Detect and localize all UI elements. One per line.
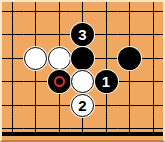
red-circle-mark-icon	[54, 76, 65, 87]
intersection-r2c3	[47, 23, 71, 47]
intersection-r2c7	[141, 23, 165, 47]
intersection-r5c2	[24, 93, 48, 117]
intersection-r3c7	[141, 46, 165, 70]
intersection-r1c2	[24, 0, 48, 23]
go-board-diagram: 312	[0, 0, 165, 142]
intersection-r4c7	[141, 70, 165, 94]
intersection-r5c6	[118, 93, 142, 117]
intersection-r3c1	[0, 46, 24, 70]
white-stone	[24, 47, 47, 70]
intersection-r4c6	[118, 70, 142, 94]
go-board-grid: 312	[0, 0, 165, 140]
intersection-r2c1	[0, 23, 24, 47]
board-bottom-margin	[2, 136, 163, 140]
intersection-r4c2	[24, 70, 48, 94]
intersection-r5c1	[0, 93, 24, 117]
intersection-r1c1	[0, 0, 24, 23]
move-2-white-stone: 2	[71, 94, 94, 117]
intersection-r1c6	[118, 0, 142, 23]
intersection-r1c7	[141, 0, 165, 23]
intersection-r5c7	[141, 93, 165, 117]
intersection-r1c3	[47, 0, 71, 23]
intersection-r3c5	[94, 46, 118, 70]
intersection-r4c1	[0, 70, 24, 94]
intersection-r5c5	[94, 93, 118, 117]
black-stone	[71, 47, 94, 70]
marked-black-stone	[48, 70, 71, 93]
intersection-r2c6	[118, 23, 142, 47]
black-stone	[118, 47, 141, 70]
white-stone	[71, 70, 94, 93]
move-3-black-stone: 3	[71, 23, 94, 46]
intersection-r1c5	[94, 0, 118, 23]
intersection-r2c2	[24, 23, 48, 47]
intersection-r5c3	[47, 93, 71, 117]
move-1-black-stone: 1	[95, 70, 118, 93]
white-stone	[48, 47, 71, 70]
intersection-r2c5	[94, 23, 118, 47]
intersection-r1c4	[71, 0, 95, 23]
